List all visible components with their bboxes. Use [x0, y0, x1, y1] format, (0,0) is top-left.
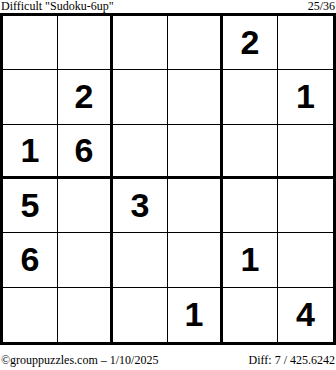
cell-r5c1-given-6: 6: [3, 233, 58, 287]
sudoku-board: 22116536114: [0, 13, 336, 345]
puzzle-page: Difficult "Sudoku-6up" 25/36 22116536114…: [0, 0, 336, 370]
puzzle-title: Difficult "Sudoku-6up": [1, 0, 114, 13]
cell-r2c5-empty[interactable]: [223, 70, 278, 124]
cell-r6c2-empty[interactable]: [58, 288, 113, 342]
cell-r3c5-empty[interactable]: [223, 125, 278, 179]
cell-r3c6-empty[interactable]: [278, 125, 333, 179]
cell-r1c3-empty[interactable]: [113, 16, 168, 70]
cell-r4c4-empty[interactable]: [168, 179, 223, 233]
cell-r4c3-given-3: 3: [113, 179, 168, 233]
cell-r1c4-empty[interactable]: [168, 16, 223, 70]
cell-r5c5-given-1: 1: [223, 233, 278, 287]
cell-r6c3-empty[interactable]: [113, 288, 168, 342]
cell-r5c2-empty[interactable]: [58, 233, 113, 287]
cell-r4c5-empty[interactable]: [223, 179, 278, 233]
puzzle-counter: 25/36: [308, 0, 335, 13]
cell-r5c6-empty[interactable]: [278, 233, 333, 287]
copyright-text: ©grouppuzzles.com – 1/10/2025: [1, 353, 158, 368]
cell-r4c6-empty[interactable]: [278, 179, 333, 233]
cell-r6c1-empty[interactable]: [3, 288, 58, 342]
cell-r3c2-given-6: 6: [58, 125, 113, 179]
difficulty-text: Diff: 7 / 425.6242: [249, 353, 335, 368]
cell-r2c2-given-2: 2: [58, 70, 113, 124]
cell-r1c2-empty[interactable]: [58, 16, 113, 70]
header: Difficult "Sudoku-6up" 25/36: [0, 0, 336, 13]
cell-r5c3-empty[interactable]: [113, 233, 168, 287]
cell-r2c3-empty[interactable]: [113, 70, 168, 124]
cell-r4c2-empty[interactable]: [58, 179, 113, 233]
cell-r1c1-empty[interactable]: [3, 16, 58, 70]
cell-r2c1-empty[interactable]: [3, 70, 58, 124]
cell-r6c5-empty[interactable]: [223, 288, 278, 342]
cell-r6c4-given-1: 1: [168, 288, 223, 342]
cell-r2c6-given-1: 1: [278, 70, 333, 124]
cell-r3c1-given-1: 1: [3, 125, 58, 179]
cell-r1c6-empty[interactable]: [278, 16, 333, 70]
cell-r3c4-empty[interactable]: [168, 125, 223, 179]
cell-r5c4-empty[interactable]: [168, 233, 223, 287]
footer: ©grouppuzzles.com – 1/10/2025 Diff: 7 / …: [0, 353, 336, 368]
cell-r3c3-empty[interactable]: [113, 125, 168, 179]
cell-r4c1-given-5: 5: [3, 179, 58, 233]
cell-r1c5-given-2: 2: [223, 16, 278, 70]
cell-r2c4-empty[interactable]: [168, 70, 223, 124]
cell-r6c6-given-4: 4: [278, 288, 333, 342]
